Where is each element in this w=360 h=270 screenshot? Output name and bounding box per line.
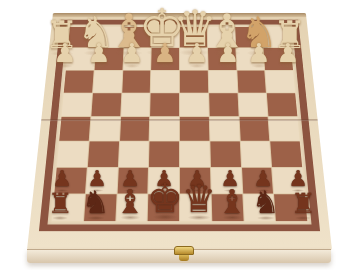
black-knight-b8[interactable]: ♞ — [252, 187, 280, 218]
white-pawn-f2[interactable]: ♟ — [120, 40, 143, 66]
photo-background: ♜♞♝♚♛♝♞♜♟♟♟♟♟♟♟♟♟♟♟♟♟♟♟♟♜♞♝♚♛♝♞♜ — [0, 0, 360, 270]
black-knight-g8[interactable]: ♞ — [82, 187, 110, 218]
black-rook-a8[interactable]: ♜ — [290, 190, 315, 218]
white-pawn-e2[interactable]: ♟ — [153, 40, 176, 66]
black-rook-h8[interactable]: ♜ — [47, 190, 72, 218]
black-queen-d8[interactable]: ♛ — [182, 180, 216, 218]
white-pawn-g2[interactable]: ♟ — [87, 40, 110, 66]
pieces-layer: ♜♞♝♚♛♝♞♜♟♟♟♟♟♟♟♟♟♟♟♟♟♟♟♟♜♞♝♚♛♝♞♜ — [0, 0, 360, 270]
white-pawn-b2[interactable]: ♟ — [247, 40, 270, 66]
white-pawn-h2[interactable]: ♟ — [53, 40, 76, 66]
black-king-e8[interactable]: ♚ — [147, 178, 183, 218]
white-pawn-c2[interactable]: ♟ — [216, 40, 239, 66]
black-bishop-f8[interactable]: ♝ — [115, 185, 145, 218]
white-pawn-d2[interactable]: ♟ — [185, 40, 208, 66]
black-bishop-c8[interactable]: ♝ — [217, 185, 247, 218]
white-pawn-a2[interactable]: ♟ — [276, 40, 299, 66]
